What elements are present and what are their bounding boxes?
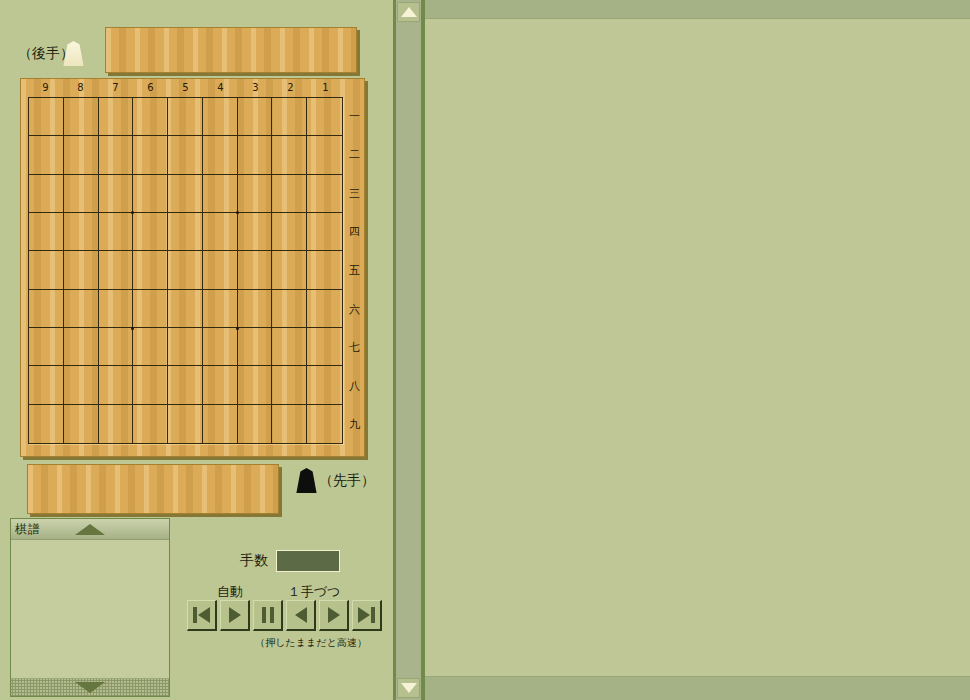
square-1九 [307,405,342,443]
hoshi-dot [236,327,239,330]
square-2八 [272,366,307,404]
right-frame-content [425,18,970,677]
square-1七 [307,328,342,366]
square-7三 [99,175,134,213]
right-frame-margin [425,0,970,700]
square-7六 [99,290,134,328]
square-9九 [29,405,64,443]
shogi-board: 987654321 一二三四五六七八九 [20,78,365,457]
square-9八 [29,366,64,404]
square-5五 [168,251,203,289]
square-9四 [29,213,64,251]
square-7七 [99,328,134,366]
next-move-button[interactable] [319,600,349,631]
hold-speed-hint: （押したままだと高速） [236,636,386,650]
square-3四 [238,213,273,251]
last-move-button[interactable] [352,600,382,631]
sente-player-label: （先手） [319,472,375,490]
square-1五 [307,251,342,289]
hoshi-dot [236,211,239,214]
file-label-4: 4 [203,80,238,96]
square-9七 [29,328,64,366]
square-3七 [238,328,273,366]
square-5二 [168,136,203,174]
square-1二 [307,136,342,174]
left-triangle-icon [198,607,210,623]
square-1六 [307,290,342,328]
square-8七 [64,328,99,366]
file-label-7: 7 [98,80,133,96]
square-5三 [168,175,203,213]
square-4九 [203,405,238,443]
pause-bar-glyph [270,607,274,623]
kifu-scroll-down-icon[interactable] [75,682,105,693]
rank-label-1: 一 [345,97,364,136]
square-2四 [272,213,307,251]
scroll-up-button[interactable] [397,2,420,22]
scroll-down-button[interactable] [397,678,420,698]
file-label-1: 1 [308,80,343,96]
square-6九 [133,405,168,443]
square-2九 [272,405,307,443]
rank-label-8: 八 [345,367,364,406]
down-arrow-icon [401,683,417,693]
move-number-label: 手数 [240,552,268,570]
square-6一 [133,98,168,136]
kifu-scroll-up-icon[interactable] [75,524,105,535]
square-3一 [238,98,273,136]
square-6二 [133,136,168,174]
square-9一 [29,98,64,136]
square-8二 [64,136,99,174]
rank-label-4: 四 [345,213,364,252]
square-8四 [64,213,99,251]
hoshi-dot [131,211,134,214]
play-icon [229,607,241,623]
file-label-9: 9 [28,80,63,96]
square-1四 [307,213,342,251]
file-label-6: 6 [133,80,168,96]
kifu-footer [11,678,169,696]
square-9三 [29,175,64,213]
square-6三 [133,175,168,213]
prev-move-button[interactable] [286,600,316,631]
square-4八 [203,366,238,404]
square-8八 [64,366,99,404]
square-7九 [99,405,134,443]
square-1一 [307,98,342,136]
pause-button[interactable] [253,600,283,631]
file-label-2: 2 [273,80,308,96]
square-6七 [133,328,168,366]
square-1八 [307,366,342,404]
square-8九 [64,405,99,443]
square-2二 [272,136,307,174]
square-4一 [203,98,238,136]
square-4三 [203,175,238,213]
pause-bar-glyph [262,607,266,623]
bar-glyph [193,607,197,623]
square-7二 [99,136,134,174]
black-piece-icon [296,468,317,493]
square-8三 [64,175,99,213]
square-3八 [238,366,273,404]
rank-label-7: 七 [345,328,364,367]
square-7四 [99,213,134,251]
square-9二 [29,136,64,174]
square-4二 [203,136,238,174]
square-5四 [168,213,203,251]
rank-coordinate-labels: 一二三四五六七八九 [345,97,364,444]
left-triangle-icon [295,607,307,623]
square-4五 [203,251,238,289]
square-3九 [238,405,273,443]
square-6八 [133,366,168,404]
square-7八 [99,366,134,404]
square-2三 [272,175,307,213]
square-5一 [168,98,203,136]
square-6六 [133,290,168,328]
playback-controls [187,600,382,631]
bar-glyph [371,607,375,623]
kifu-panel: 棋譜 [10,518,170,697]
hoshi-dot [131,327,134,330]
square-5九 [168,405,203,443]
frame-scrollbar[interactable] [393,0,425,700]
file-label-8: 8 [63,80,98,96]
square-3五 [238,251,273,289]
file-label-5: 5 [168,80,203,96]
square-7一 [99,98,134,136]
sente-captured-tray [27,464,279,514]
square-9五 [29,251,64,289]
rank-label-2: 二 [345,136,364,175]
auto-group-label: 自動 [200,583,260,601]
square-4七 [203,328,238,366]
right-triangle-icon [328,607,340,623]
square-7五 [99,251,134,289]
right-triangle-icon [358,607,370,623]
square-5七 [168,328,203,366]
rank-label-9: 九 [345,405,364,444]
square-3二 [238,136,273,174]
square-2一 [272,98,307,136]
square-3三 [238,175,273,213]
square-5八 [168,366,203,404]
square-9六 [29,290,64,328]
square-6四 [133,213,168,251]
square-5六 [168,290,203,328]
square-4六 [203,290,238,328]
square-8一 [64,98,99,136]
board-grid [28,97,343,444]
kifu-title: 棋譜 [15,521,41,538]
kifu-player-window: （後手） 987654321 一二三四五六七八九 （先手） 棋譜 手数 自動 １… [0,0,970,700]
step-group-label: １手づつ [284,583,344,601]
rank-label-5: 五 [345,251,364,290]
file-label-3: 3 [238,80,273,96]
kifu-header: 棋譜 [11,519,169,540]
rank-label-6: 六 [345,290,364,329]
rank-label-3: 三 [345,174,364,213]
move-number-field[interactable] [276,550,340,572]
square-2七 [272,328,307,366]
square-2六 [272,290,307,328]
square-8五 [64,251,99,289]
up-arrow-icon [401,7,417,17]
square-6五 [133,251,168,289]
square-1三 [307,175,342,213]
kifu-move-list[interactable] [11,540,169,678]
square-2五 [272,251,307,289]
first-move-button[interactable] [187,600,217,631]
auto-play-button[interactable] [220,600,250,631]
square-8六 [64,290,99,328]
gote-captured-tray [105,27,357,73]
square-3六 [238,290,273,328]
file-coordinate-labels: 987654321 [28,80,343,96]
square-4四 [203,213,238,251]
